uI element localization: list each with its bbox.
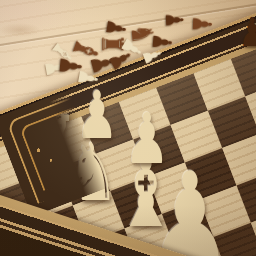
pile-piece-14[interactable]: ♟ bbox=[162, 12, 187, 28]
chessboard-photo-scene: ♜♟♞♝♟♟♟ ♝♟♟♟♝♟♜♟♟♟♞♟♟♟♟ bbox=[0, 0, 256, 256]
black-pawn-far-right[interactable]: ♟ bbox=[239, 12, 256, 52]
pile-piece-15[interactable]: ♟ bbox=[189, 15, 216, 33]
pile-piece-13[interactable]: ♟ bbox=[148, 33, 175, 52]
white-pawn-near[interactable]: ♟ bbox=[147, 155, 234, 256]
